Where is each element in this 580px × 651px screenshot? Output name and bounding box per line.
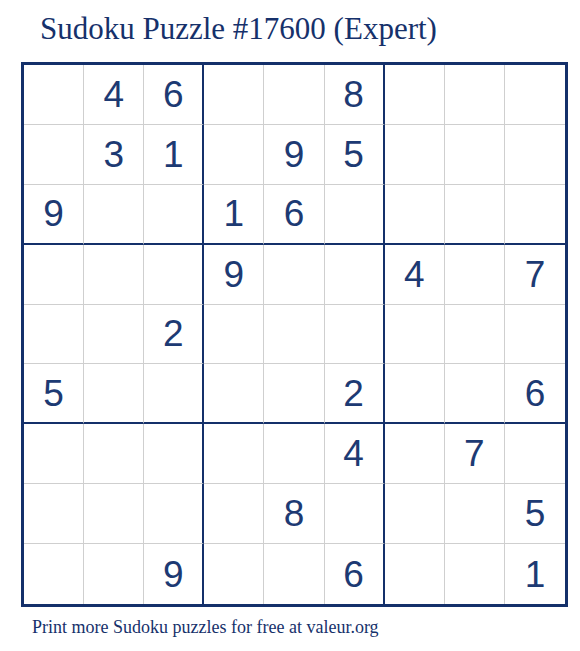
cell-r3c1[interactable]: 9: [24, 185, 84, 245]
cell-r3c7[interactable]: [385, 185, 445, 245]
cell-r9c8[interactable]: [445, 544, 505, 604]
cell-r1c5[interactable]: [264, 65, 324, 125]
cell-r4c3[interactable]: [144, 245, 204, 305]
cell-r7c9[interactable]: [505, 424, 565, 484]
cell-r4c5[interactable]: [264, 245, 324, 305]
cell-r8c6[interactable]: [325, 484, 385, 544]
cell-r3c8[interactable]: [445, 185, 505, 245]
cell-r7c8[interactable]: 7: [445, 424, 505, 484]
cell-r8c2[interactable]: [84, 484, 144, 544]
cell-r6c6[interactable]: 2: [325, 364, 385, 424]
cell-r2c3[interactable]: 1: [144, 125, 204, 185]
cell-r2c9[interactable]: [505, 125, 565, 185]
cell-r4c2[interactable]: [84, 245, 144, 305]
cell-r5c8[interactable]: [445, 305, 505, 365]
cell-r6c3[interactable]: [144, 364, 204, 424]
cell-r9c1[interactable]: [24, 544, 84, 604]
cell-r5c1[interactable]: [24, 305, 84, 365]
sudoku-page: Sudoku Puzzle #17600 (Expert) 4683195916…: [0, 0, 580, 651]
cell-r4c9[interactable]: 7: [505, 245, 565, 305]
cell-r8c8[interactable]: [445, 484, 505, 544]
cell-r9c7[interactable]: [385, 544, 445, 604]
cell-r6c7[interactable]: [385, 364, 445, 424]
cell-r7c1[interactable]: [24, 424, 84, 484]
cell-r6c2[interactable]: [84, 364, 144, 424]
cell-r9c9[interactable]: 1: [505, 544, 565, 604]
cell-r1c2[interactable]: 4: [84, 65, 144, 125]
cell-r9c6[interactable]: 6: [325, 544, 385, 604]
cell-r2c7[interactable]: [385, 125, 445, 185]
cell-r8c5[interactable]: 8: [264, 484, 324, 544]
cell-r3c4[interactable]: 1: [204, 185, 264, 245]
cell-r7c3[interactable]: [144, 424, 204, 484]
cell-r6c1[interactable]: 5: [24, 364, 84, 424]
cell-r3c9[interactable]: [505, 185, 565, 245]
cell-r1c1[interactable]: [24, 65, 84, 125]
cell-r5c6[interactable]: [325, 305, 385, 365]
cell-r1c4[interactable]: [204, 65, 264, 125]
cell-r6c5[interactable]: [264, 364, 324, 424]
cell-r2c5[interactable]: 9: [264, 125, 324, 185]
cell-r8c4[interactable]: [204, 484, 264, 544]
cell-r7c5[interactable]: [264, 424, 324, 484]
cell-r1c3[interactable]: 6: [144, 65, 204, 125]
cell-r1c6[interactable]: 8: [325, 65, 385, 125]
cell-r8c1[interactable]: [24, 484, 84, 544]
cell-r5c9[interactable]: [505, 305, 565, 365]
footer-text: Print more Sudoku puzzles for free at va…: [32, 617, 379, 638]
cell-r7c7[interactable]: [385, 424, 445, 484]
cell-r3c2[interactable]: [84, 185, 144, 245]
cell-r8c7[interactable]: [385, 484, 445, 544]
cell-r8c3[interactable]: [144, 484, 204, 544]
cell-r1c9[interactable]: [505, 65, 565, 125]
cell-r3c6[interactable]: [325, 185, 385, 245]
cell-r1c8[interactable]: [445, 65, 505, 125]
cell-r1c7[interactable]: [385, 65, 445, 125]
cell-r5c3[interactable]: 2: [144, 305, 204, 365]
cell-r2c1[interactable]: [24, 125, 84, 185]
cell-r7c6[interactable]: 4: [325, 424, 385, 484]
cell-r2c8[interactable]: [445, 125, 505, 185]
cell-r5c4[interactable]: [204, 305, 264, 365]
cell-r4c8[interactable]: [445, 245, 505, 305]
cell-r9c4[interactable]: [204, 544, 264, 604]
cell-r7c4[interactable]: [204, 424, 264, 484]
cell-r2c2[interactable]: 3: [84, 125, 144, 185]
cell-r5c7[interactable]: [385, 305, 445, 365]
cell-r9c3[interactable]: 9: [144, 544, 204, 604]
cell-r4c4[interactable]: 9: [204, 245, 264, 305]
cell-r5c2[interactable]: [84, 305, 144, 365]
cell-r5c5[interactable]: [264, 305, 324, 365]
cell-r2c4[interactable]: [204, 125, 264, 185]
cell-r4c7[interactable]: 4: [385, 245, 445, 305]
cell-r2c6[interactable]: 5: [325, 125, 385, 185]
cell-r7c2[interactable]: [84, 424, 144, 484]
cell-r6c4[interactable]: [204, 364, 264, 424]
cell-r9c5[interactable]: [264, 544, 324, 604]
cell-r8c9[interactable]: 5: [505, 484, 565, 544]
cell-r9c2[interactable]: [84, 544, 144, 604]
cell-r3c3[interactable]: [144, 185, 204, 245]
cell-r6c8[interactable]: [445, 364, 505, 424]
cell-r4c1[interactable]: [24, 245, 84, 305]
cell-r4c6[interactable]: [325, 245, 385, 305]
cell-r6c9[interactable]: 6: [505, 364, 565, 424]
cell-r3c5[interactable]: 6: [264, 185, 324, 245]
page-title: Sudoku Puzzle #17600 (Expert): [40, 11, 437, 47]
sudoku-board: 468319591694725264785961: [21, 62, 568, 607]
